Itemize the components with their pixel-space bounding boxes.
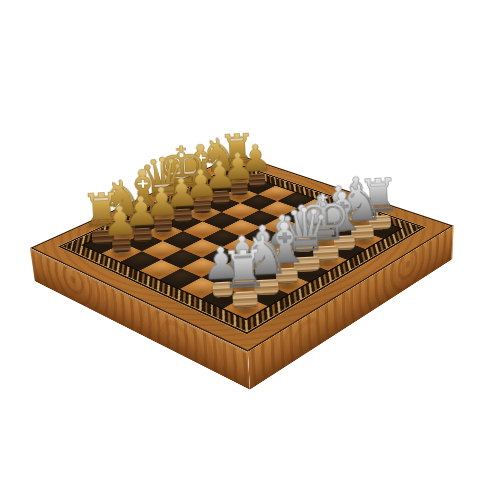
pawn-icon: ♟ xyxy=(101,200,139,242)
piece-wood-base xyxy=(112,238,131,253)
piece-wood-base xyxy=(232,291,257,308)
chess-board: ♜♞♝♛♚♝♞♜♟♟♟♟♟♟♟♟♟♟♟♟♟♟♟♟♜♞♝♛♚♝♞♜ xyxy=(30,154,454,352)
gold-pawn-a2[interactable]: ♟ xyxy=(99,194,143,253)
rook-icon: ♜ xyxy=(219,242,268,296)
photo-background: ♜♞♝♛♚♝♞♜♟♟♟♟♟♟♟♟♟♟♟♟♟♟♟♟♜♞♝♛♚♝♞♜ xyxy=(0,0,480,480)
camera-tilt: ♜♞♝♛♚♝♞♜♟♟♟♟♟♟♟♟♟♟♟♟♟♟♟♟♜♞♝♛♚♝♞♜ xyxy=(0,0,480,480)
silver-rook-a8[interactable]: ♜ xyxy=(220,237,268,309)
perspective-scene: ♜♞♝♛♚♝♞♜♟♟♟♟♟♟♟♟♟♟♟♟♟♟♟♟♜♞♝♛♚♝♞♜ xyxy=(0,0,480,480)
